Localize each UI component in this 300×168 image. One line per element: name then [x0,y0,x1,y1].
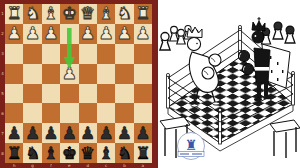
corner-stool-right [270,120,300,158]
square-d7[interactable]: ♟ [79,123,97,143]
white-pawn: ♟ [135,25,150,42]
square-e6[interactable] [60,103,78,123]
square-c8[interactable]: ♝ [97,143,115,163]
square-g8[interactable]: ♞ [23,143,41,163]
white-pawn: ♟ [98,25,113,42]
square-c4[interactable] [97,64,115,84]
square-b5[interactable] [115,84,133,104]
square-d6[interactable] [79,103,97,123]
square-g4[interactable] [23,64,41,84]
file-label-f: f [42,163,60,168]
file-label-d: d [79,163,97,168]
cartoon-panel: ♜ [158,0,300,168]
white-pawn: ♟ [62,65,77,82]
rank-label-4: 4 [0,71,5,76]
black-pawn: ♟ [43,125,58,142]
square-a4[interactable] [134,64,152,84]
white-pawn: ♟ [7,25,22,42]
square-d2[interactable]: ♟ [79,24,97,44]
chess-club-logo: ♜ [178,133,205,160]
black-pawn: ♟ [25,125,40,142]
black-rook: ♜ [7,145,22,162]
black-pawn: ♟ [7,125,22,142]
square-e3[interactable] [60,44,78,64]
file-label-b: b [115,163,133,168]
screenshot: ♜♞♝♚♛♝♞♜♟♟♟♟♟♟♟♟♟♟♟♟♟♟♟♟♜♞♝♚♛♝♞♜ 1234567… [0,0,300,168]
square-g3[interactable] [23,44,41,64]
black-bishop: ♝ [98,145,113,162]
square-b4[interactable] [115,64,133,84]
square-g7[interactable]: ♟ [23,123,41,143]
square-d8[interactable]: ♛ [79,143,97,163]
square-b1[interactable]: ♞ [115,4,133,24]
square-b8[interactable]: ♞ [115,143,133,163]
square-a6[interactable] [134,103,152,123]
black-bishop: ♝ [43,145,58,162]
square-a7[interactable]: ♟ [134,123,152,143]
square-f6[interactable] [42,103,60,123]
black-king: ♚ [62,145,77,162]
square-f4[interactable] [42,64,60,84]
black-queen: ♛ [80,145,95,162]
chessboxing-cartoon: ♜ [158,0,300,168]
square-c3[interactable] [97,44,115,64]
black-pawn: ♟ [62,125,77,142]
black-knight: ♞ [25,145,40,162]
square-h7[interactable]: ♟ [5,123,23,143]
square-e7[interactable]: ♟ [60,123,78,143]
rank-label-6: 6 [0,111,5,116]
square-d1[interactable]: ♛ [79,4,97,24]
square-h6[interactable] [5,103,23,123]
rank-label-2: 2 [0,31,5,36]
rank-label-1: 1 [0,11,5,16]
square-f3[interactable] [42,44,60,64]
square-a1[interactable]: ♜ [134,4,152,24]
square-e4[interactable]: ♟ [60,64,78,84]
white-pawn: ♟ [25,25,40,42]
square-h4[interactable] [5,64,23,84]
square-b2[interactable]: ♟ [115,24,133,44]
square-b3[interactable] [115,44,133,64]
black-knight: ♞ [117,145,132,162]
white-queen: ♛ [80,5,95,22]
white-rook: ♜ [135,5,150,22]
square-e5[interactable] [60,84,78,104]
svg-text:♜: ♜ [185,137,198,153]
white-king: ♚ [62,5,77,22]
white-pawn: ♟ [43,25,58,42]
file-label-e: e [60,163,78,168]
square-g1[interactable]: ♞ [23,4,41,24]
white-pawn: ♟ [80,25,95,42]
square-h3[interactable] [5,44,23,64]
square-h1[interactable]: ♜ [5,4,23,24]
board-squares: ♜♞♝♚♛♝♞♜♟♟♟♟♟♟♟♟♟♟♟♟♟♟♟♟♜♞♝♚♛♝♞♜ [5,4,152,163]
black-pawn: ♟ [117,125,132,142]
square-c1[interactable]: ♝ [97,4,115,24]
square-b6[interactable] [115,103,133,123]
square-c7[interactable]: ♟ [97,123,115,143]
white-rook: ♜ [7,5,22,22]
square-a2[interactable]: ♟ [134,24,152,44]
file-label-g: g [23,163,41,168]
square-f2[interactable]: ♟ [42,24,60,44]
square-h5[interactable] [5,84,23,104]
black-pawn: ♟ [98,125,113,142]
square-f7[interactable]: ♟ [42,123,60,143]
square-h8[interactable]: ♜ [5,143,23,163]
rank-label-3: 3 [0,51,5,56]
square-d5[interactable] [79,84,97,104]
square-b7[interactable]: ♟ [115,123,133,143]
white-bishop: ♝ [98,5,113,22]
square-f8[interactable]: ♝ [42,143,60,163]
square-g5[interactable] [23,84,41,104]
spectator-pawns-right [261,22,295,44]
square-e2[interactable] [60,24,78,44]
square-g2[interactable]: ♟ [23,24,41,44]
black-pawn: ♟ [80,125,95,142]
square-c6[interactable] [97,103,115,123]
square-a5[interactable] [134,84,152,104]
rank-label-7: 7 [0,131,5,136]
square-e1[interactable]: ♚ [60,4,78,24]
file-label-a: a [134,163,152,168]
square-f5[interactable] [42,84,60,104]
white-bishop: ♝ [43,5,58,22]
square-a8[interactable]: ♜ [134,143,152,163]
file-label-h: h [5,163,23,168]
black-pawn: ♟ [135,125,150,142]
square-g6[interactable] [23,103,41,123]
white-knight: ♞ [117,5,132,22]
rank-label-8: 8 [0,151,5,156]
square-e8[interactable]: ♚ [60,143,78,163]
board-panel: ♜♞♝♚♛♝♞♜♟♟♟♟♟♟♟♟♟♟♟♟♟♟♟♟♜♞♝♚♛♝♞♜ 1234567… [0,0,158,168]
white-knight: ♞ [25,5,40,22]
rank-label-5: 5 [0,91,5,96]
square-d4[interactable] [79,64,97,84]
file-label-c: c [97,163,115,168]
white-pawn: ♟ [117,25,132,42]
square-d3[interactable] [79,44,97,64]
black-rook: ♜ [135,145,150,162]
square-h2[interactable]: ♟ [5,24,23,44]
square-f1[interactable]: ♝ [42,4,60,24]
square-c2[interactable]: ♟ [97,24,115,44]
square-a3[interactable] [134,44,152,64]
square-c5[interactable] [97,84,115,104]
